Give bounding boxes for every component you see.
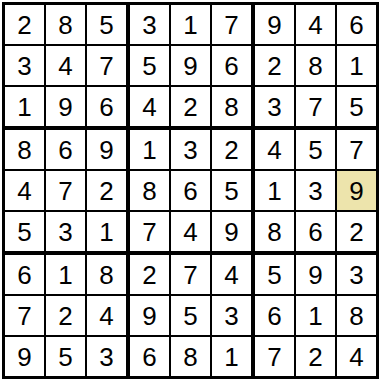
cell-r6c2[interactable]: 3 xyxy=(46,212,85,251)
cell-r1c7[interactable]: 9 xyxy=(255,5,294,44)
cell-r6c1[interactable]: 5 xyxy=(5,212,44,251)
cell-r6c6[interactable]: 9 xyxy=(212,212,251,251)
sudoku-board: 2853471963175964289462813758694725311328… xyxy=(2,2,379,379)
cell-r4c6[interactable]: 2 xyxy=(212,130,251,169)
cell-r9c6[interactable]: 1 xyxy=(212,337,251,376)
cell-r9c2[interactable]: 5 xyxy=(46,337,85,376)
cell-r7c6[interactable]: 4 xyxy=(212,255,251,294)
cell-r1c8[interactable]: 4 xyxy=(296,5,335,44)
cell-r8c5[interactable]: 5 xyxy=(171,296,210,335)
box-7: 618724953 xyxy=(5,255,126,376)
cell-r7c9[interactable]: 3 xyxy=(337,255,376,294)
box-2: 317596428 xyxy=(130,5,251,126)
cell-r8c2[interactable]: 2 xyxy=(46,296,85,335)
cell-r7c3[interactable]: 8 xyxy=(87,255,126,294)
cell-r8c3[interactable]: 4 xyxy=(87,296,126,335)
cell-r2c5[interactable]: 9 xyxy=(171,46,210,85)
cell-r9c3[interactable]: 3 xyxy=(87,337,126,376)
cell-r3c2[interactable]: 9 xyxy=(46,87,85,126)
cell-r5c9[interactable]: 9 xyxy=(337,171,376,210)
cell-r7c2[interactable]: 1 xyxy=(46,255,85,294)
cell-r8c8[interactable]: 1 xyxy=(296,296,335,335)
cell-r7c4[interactable]: 2 xyxy=(130,255,169,294)
cell-r4c4[interactable]: 1 xyxy=(130,130,169,169)
cell-r6c5[interactable]: 4 xyxy=(171,212,210,251)
cell-r9c4[interactable]: 6 xyxy=(130,337,169,376)
cell-r6c7[interactable]: 8 xyxy=(255,212,294,251)
cell-r5c8[interactable]: 3 xyxy=(296,171,335,210)
cell-r4c3[interactable]: 9 xyxy=(87,130,126,169)
cell-r4c9[interactable]: 7 xyxy=(337,130,376,169)
cell-r7c8[interactable]: 9 xyxy=(296,255,335,294)
box-4: 869472531 xyxy=(5,130,126,251)
cell-r5c3[interactable]: 2 xyxy=(87,171,126,210)
cell-r3c3[interactable]: 6 xyxy=(87,87,126,126)
box-8: 274953681 xyxy=(130,255,251,376)
cell-r1c5[interactable]: 1 xyxy=(171,5,210,44)
cell-r8c1[interactable]: 7 xyxy=(5,296,44,335)
box-1: 285347196 xyxy=(5,5,126,126)
cell-r7c1[interactable]: 6 xyxy=(5,255,44,294)
box-5: 132865749 xyxy=(130,130,251,251)
cell-r3c9[interactable]: 5 xyxy=(337,87,376,126)
cell-r5c7[interactable]: 1 xyxy=(255,171,294,210)
cell-r3c5[interactable]: 2 xyxy=(171,87,210,126)
cell-r6c8[interactable]: 6 xyxy=(296,212,335,251)
cell-r3c6[interactable]: 8 xyxy=(212,87,251,126)
cell-r1c6[interactable]: 7 xyxy=(212,5,251,44)
cell-r8c9[interactable]: 8 xyxy=(337,296,376,335)
cell-r4c2[interactable]: 6 xyxy=(46,130,85,169)
box-3: 946281375 xyxy=(255,5,376,126)
cell-r9c5[interactable]: 8 xyxy=(171,337,210,376)
cell-r5c4[interactable]: 8 xyxy=(130,171,169,210)
cell-r4c1[interactable]: 8 xyxy=(5,130,44,169)
cell-r3c7[interactable]: 3 xyxy=(255,87,294,126)
cell-r9c9[interactable]: 4 xyxy=(337,337,376,376)
cell-r8c6[interactable]: 3 xyxy=(212,296,251,335)
cell-r2c8[interactable]: 8 xyxy=(296,46,335,85)
box-6: 457139862 xyxy=(255,130,376,251)
cell-r2c2[interactable]: 4 xyxy=(46,46,85,85)
cell-r1c3[interactable]: 5 xyxy=(87,5,126,44)
cell-r2c3[interactable]: 7 xyxy=(87,46,126,85)
cell-r1c1[interactable]: 2 xyxy=(5,5,44,44)
cell-r8c7[interactable]: 6 xyxy=(255,296,294,335)
cell-r5c2[interactable]: 7 xyxy=(46,171,85,210)
cell-r2c6[interactable]: 6 xyxy=(212,46,251,85)
cell-r1c4[interactable]: 3 xyxy=(130,5,169,44)
cell-r7c7[interactable]: 5 xyxy=(255,255,294,294)
cell-r4c8[interactable]: 5 xyxy=(296,130,335,169)
cell-r3c1[interactable]: 1 xyxy=(5,87,44,126)
cell-r5c6[interactable]: 5 xyxy=(212,171,251,210)
cell-r4c5[interactable]: 3 xyxy=(171,130,210,169)
cell-r6c3[interactable]: 1 xyxy=(87,212,126,251)
cell-r1c9[interactable]: 6 xyxy=(337,5,376,44)
cell-r7c5[interactable]: 7 xyxy=(171,255,210,294)
cell-r2c1[interactable]: 3 xyxy=(5,46,44,85)
cell-r9c1[interactable]: 9 xyxy=(5,337,44,376)
cell-r9c7[interactable]: 7 xyxy=(255,337,294,376)
cell-r2c9[interactable]: 1 xyxy=(337,46,376,85)
cell-r2c7[interactable]: 2 xyxy=(255,46,294,85)
cell-r5c5[interactable]: 6 xyxy=(171,171,210,210)
box-9: 593618724 xyxy=(255,255,376,376)
cell-r3c4[interactable]: 4 xyxy=(130,87,169,126)
cell-r5c1[interactable]: 4 xyxy=(5,171,44,210)
cell-r2c4[interactable]: 5 xyxy=(130,46,169,85)
cell-r6c4[interactable]: 7 xyxy=(130,212,169,251)
cell-r8c4[interactable]: 9 xyxy=(130,296,169,335)
cell-r9c8[interactable]: 2 xyxy=(296,337,335,376)
cell-r3c8[interactable]: 7 xyxy=(296,87,335,126)
cell-r6c9[interactable]: 2 xyxy=(337,212,376,251)
cell-r4c7[interactable]: 4 xyxy=(255,130,294,169)
cell-r1c2[interactable]: 8 xyxy=(46,5,85,44)
